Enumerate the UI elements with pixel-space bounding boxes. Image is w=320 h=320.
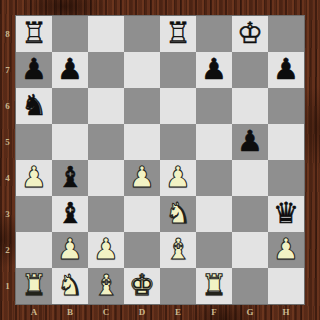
square-e5[interactable]: [160, 124, 196, 160]
square-c7[interactable]: [88, 52, 124, 88]
square-d7[interactable]: [124, 52, 160, 88]
square-g6[interactable]: [232, 88, 268, 124]
piece-white-pawn[interactable]: ♟︎: [21, 163, 47, 192]
square-a4[interactable]: ♟︎: [16, 160, 52, 196]
square-b2[interactable]: ♟︎: [52, 232, 88, 268]
piece-white-rook[interactable]: ♜︎: [201, 271, 227, 300]
square-h4[interactable]: [268, 160, 304, 196]
piece-black-knight[interactable]: ♞︎: [21, 91, 47, 120]
rank-label-2: 2: [0, 232, 15, 268]
piece-white-bishop[interactable]: ♝︎: [165, 235, 191, 264]
piece-white-pawn[interactable]: ♟︎: [57, 235, 83, 264]
rank-label-6: 6: [0, 88, 15, 124]
square-b5[interactable]: [52, 124, 88, 160]
square-e3[interactable]: ♞︎: [160, 196, 196, 232]
square-a7[interactable]: ♟︎: [16, 52, 52, 88]
square-e4[interactable]: ♟︎: [160, 160, 196, 196]
square-g4[interactable]: [232, 160, 268, 196]
square-f2[interactable]: [196, 232, 232, 268]
piece-white-knight[interactable]: ♞︎: [165, 199, 191, 228]
square-g3[interactable]: [232, 196, 268, 232]
square-a6[interactable]: ♞︎: [16, 88, 52, 124]
square-a3[interactable]: [16, 196, 52, 232]
piece-black-rook[interactable]: ♖︎: [165, 19, 191, 48]
file-label-b: B: [52, 305, 88, 320]
square-e2[interactable]: ♝︎: [160, 232, 196, 268]
square-b6[interactable]: [52, 88, 88, 124]
piece-white-pawn[interactable]: ♟︎: [93, 235, 119, 264]
rank-label-8: 8: [0, 16, 15, 52]
square-h7[interactable]: ♟︎: [268, 52, 304, 88]
square-b8[interactable]: [52, 16, 88, 52]
square-c3[interactable]: [88, 196, 124, 232]
square-g2[interactable]: [232, 232, 268, 268]
file-label-a: A: [16, 305, 52, 320]
piece-white-rook[interactable]: ♜︎: [21, 271, 47, 300]
piece-white-pawn[interactable]: ♟︎: [129, 163, 155, 192]
file-label-c: C: [88, 305, 124, 320]
square-h1[interactable]: [268, 268, 304, 304]
square-b7[interactable]: ♟︎: [52, 52, 88, 88]
rank-label-5: 5: [0, 124, 15, 160]
square-e1[interactable]: [160, 268, 196, 304]
square-h6[interactable]: [268, 88, 304, 124]
square-c1[interactable]: ♝︎: [88, 268, 124, 304]
piece-white-pawn[interactable]: ♟︎: [165, 163, 191, 192]
square-d5[interactable]: [124, 124, 160, 160]
square-a8[interactable]: ♖︎: [16, 16, 52, 52]
square-g1[interactable]: [232, 268, 268, 304]
square-f3[interactable]: [196, 196, 232, 232]
square-f7[interactable]: ♟︎: [196, 52, 232, 88]
piece-white-bishop[interactable]: ♝︎: [93, 271, 119, 300]
square-h8[interactable]: [268, 16, 304, 52]
rank-label-3: 3: [0, 196, 15, 232]
piece-black-pawn[interactable]: ♟︎: [21, 55, 47, 84]
wooden-frame: ♖︎♖︎♔︎♟︎♟︎♟︎♟︎♞︎♟︎♟︎♝︎♟︎♟︎♝︎♞︎♛︎♟︎♟︎♝︎♟︎…: [0, 0, 320, 320]
square-e6[interactable]: [160, 88, 196, 124]
piece-black-bishop[interactable]: ♝︎: [57, 199, 83, 228]
piece-black-pawn[interactable]: ♟︎: [237, 127, 263, 156]
square-f6[interactable]: [196, 88, 232, 124]
square-f5[interactable]: [196, 124, 232, 160]
square-e7[interactable]: [160, 52, 196, 88]
square-c2[interactable]: ♟︎: [88, 232, 124, 268]
square-f1[interactable]: ♜︎: [196, 268, 232, 304]
piece-black-pawn[interactable]: ♟︎: [201, 55, 227, 84]
rank-label-1: 1: [0, 268, 15, 304]
square-a5[interactable]: [16, 124, 52, 160]
file-label-f: F: [196, 305, 232, 320]
square-h3[interactable]: ♛︎: [268, 196, 304, 232]
piece-black-bishop[interactable]: ♝︎: [57, 163, 83, 192]
file-label-d: D: [124, 305, 160, 320]
square-c4[interactable]: [88, 160, 124, 196]
square-b1[interactable]: ♞︎: [52, 268, 88, 304]
piece-black-rook[interactable]: ♖︎: [21, 19, 47, 48]
chess-board: ♖︎♖︎♔︎♟︎♟︎♟︎♟︎♞︎♟︎♟︎♝︎♟︎♟︎♝︎♞︎♛︎♟︎♟︎♝︎♟︎…: [15, 15, 305, 305]
square-h2[interactable]: ♟︎: [268, 232, 304, 268]
square-a1[interactable]: ♜︎: [16, 268, 52, 304]
piece-black-king[interactable]: ♔︎: [237, 19, 263, 48]
square-d6[interactable]: [124, 88, 160, 124]
file-label-g: G: [232, 305, 268, 320]
rank-label-7: 7: [0, 52, 15, 88]
piece-white-knight[interactable]: ♞︎: [57, 271, 83, 300]
rank-label-4: 4: [0, 160, 15, 196]
square-d4[interactable]: ♟︎: [124, 160, 160, 196]
square-f4[interactable]: [196, 160, 232, 196]
square-h5[interactable]: [268, 124, 304, 160]
file-label-h: H: [268, 305, 304, 320]
file-label-e: E: [160, 305, 196, 320]
piece-white-pawn[interactable]: ♟︎: [273, 235, 299, 264]
piece-black-queen[interactable]: ♛︎: [273, 199, 299, 228]
square-g5[interactable]: ♟︎: [232, 124, 268, 160]
square-b3[interactable]: ♝︎: [52, 196, 88, 232]
square-d3[interactable]: [124, 196, 160, 232]
square-b4[interactable]: ♝︎: [52, 160, 88, 196]
square-c8[interactable]: [88, 16, 124, 52]
square-a2[interactable]: [16, 232, 52, 268]
square-f8[interactable]: [196, 16, 232, 52]
square-e8[interactable]: ♖︎: [160, 16, 196, 52]
square-g7[interactable]: [232, 52, 268, 88]
square-d1[interactable]: ♚︎: [124, 268, 160, 304]
piece-white-king[interactable]: ♚︎: [129, 271, 155, 300]
piece-black-pawn[interactable]: ♟︎: [273, 55, 299, 84]
square-c6[interactable]: [88, 88, 124, 124]
square-d2[interactable]: [124, 232, 160, 268]
square-g8[interactable]: ♔︎: [232, 16, 268, 52]
piece-black-pawn[interactable]: ♟︎: [57, 55, 83, 84]
square-d8[interactable]: [124, 16, 160, 52]
square-c5[interactable]: [88, 124, 124, 160]
